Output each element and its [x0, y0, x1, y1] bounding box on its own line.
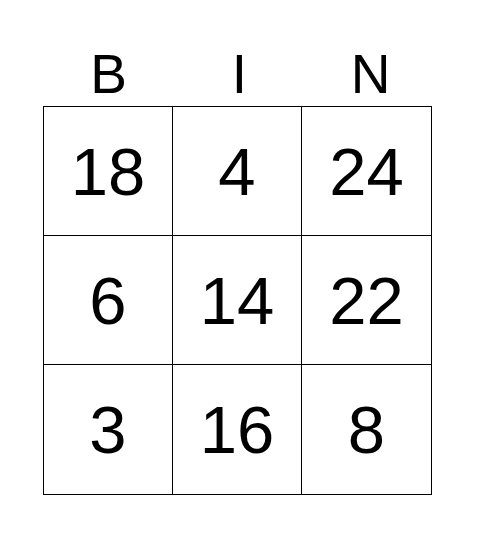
cell-r3-c3[interactable]: 8: [302, 365, 431, 494]
cell-r1-c3[interactable]: 24: [302, 107, 431, 236]
cell-r1-c1[interactable]: 18: [44, 107, 173, 236]
cell-r1-c2[interactable]: 4: [173, 107, 302, 236]
column-header-b: B: [90, 44, 127, 106]
cell-r2-c1[interactable]: 6: [44, 236, 173, 365]
column-header-i: I: [232, 44, 247, 106]
cell-r3-c1[interactable]: 3: [44, 365, 173, 494]
cell-r2-c3[interactable]: 22: [302, 236, 431, 365]
cell-r3-c2[interactable]: 16: [173, 365, 302, 494]
column-header-n: N: [351, 44, 391, 106]
column-headers: B I N: [43, 0, 436, 106]
bingo-card: B I N 18 4 24 6 14 22 3 16 8: [43, 0, 436, 495]
bingo-grid: 18 4 24 6 14 22 3 16 8: [43, 106, 432, 495]
cell-r2-c2[interactable]: 14: [173, 236, 302, 365]
